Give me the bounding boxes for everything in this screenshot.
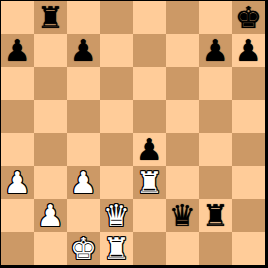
square-f2[interactable]: ♛ — [166, 199, 199, 232]
square-h2[interactable] — [232, 199, 265, 232]
square-h7[interactable]: ♟ — [232, 34, 265, 67]
white-pawn-b2[interactable]: ♟ — [37, 199, 64, 232]
square-g6[interactable] — [199, 67, 232, 100]
black-queen-f2[interactable]: ♛ — [169, 199, 196, 232]
square-c1[interactable]: ♚ — [67, 232, 100, 265]
square-h8[interactable]: ♚ — [232, 1, 265, 34]
square-c4[interactable] — [67, 133, 100, 166]
square-h5[interactable] — [232, 100, 265, 133]
square-f6[interactable] — [166, 67, 199, 100]
white-pawn-a3[interactable]: ♟ — [4, 166, 31, 199]
square-a4[interactable] — [1, 133, 34, 166]
square-f3[interactable] — [166, 166, 199, 199]
square-d8[interactable] — [100, 1, 133, 34]
square-h6[interactable] — [232, 67, 265, 100]
black-pawn-a7[interactable]: ♟ — [4, 34, 31, 67]
black-pawn-g7[interactable]: ♟ — [202, 34, 229, 67]
square-b5[interactable] — [34, 100, 67, 133]
square-e5[interactable] — [133, 100, 166, 133]
square-a1[interactable] — [1, 232, 34, 265]
square-c5[interactable] — [67, 100, 100, 133]
square-e2[interactable] — [133, 199, 166, 232]
square-f8[interactable] — [166, 1, 199, 34]
white-queen-d2[interactable]: ♛ — [103, 199, 130, 232]
square-b2[interactable]: ♟ — [34, 199, 67, 232]
square-g7[interactable]: ♟ — [199, 34, 232, 67]
chess-board: ♜♚♟♟♟♟♟♟♟♜♟♛♛♜♚♜ — [1, 1, 265, 265]
square-h1[interactable] — [232, 232, 265, 265]
square-e4[interactable]: ♟ — [133, 133, 166, 166]
square-b4[interactable] — [34, 133, 67, 166]
square-d4[interactable] — [100, 133, 133, 166]
square-c8[interactable] — [67, 1, 100, 34]
square-e7[interactable] — [133, 34, 166, 67]
square-g5[interactable] — [199, 100, 232, 133]
square-c7[interactable]: ♟ — [67, 34, 100, 67]
square-d7[interactable] — [100, 34, 133, 67]
square-e6[interactable] — [133, 67, 166, 100]
square-d2[interactable]: ♛ — [100, 199, 133, 232]
white-king-c1[interactable]: ♚ — [70, 232, 97, 265]
square-h4[interactable] — [232, 133, 265, 166]
square-d3[interactable] — [100, 166, 133, 199]
white-rook-e3[interactable]: ♜ — [136, 166, 163, 199]
square-g8[interactable] — [199, 1, 232, 34]
white-pawn-c3[interactable]: ♟ — [70, 166, 97, 199]
square-g2[interactable]: ♜ — [199, 199, 232, 232]
black-pawn-h7[interactable]: ♟ — [235, 34, 262, 67]
square-c6[interactable] — [67, 67, 100, 100]
square-e8[interactable] — [133, 1, 166, 34]
square-c3[interactable]: ♟ — [67, 166, 100, 199]
square-a7[interactable]: ♟ — [1, 34, 34, 67]
black-rook-g2[interactable]: ♜ — [202, 199, 229, 232]
white-rook-d1[interactable]: ♜ — [103, 232, 130, 265]
square-f5[interactable] — [166, 100, 199, 133]
square-a6[interactable] — [1, 67, 34, 100]
black-king-h8[interactable]: ♚ — [235, 1, 262, 34]
square-a3[interactable]: ♟ — [1, 166, 34, 199]
square-a5[interactable] — [1, 100, 34, 133]
square-f7[interactable] — [166, 34, 199, 67]
square-c2[interactable] — [67, 199, 100, 232]
chess-board-frame: ♜♚♟♟♟♟♟♟♟♜♟♛♛♜♚♜ — [0, 0, 268, 268]
square-h3[interactable] — [232, 166, 265, 199]
square-g3[interactable] — [199, 166, 232, 199]
square-f1[interactable] — [166, 232, 199, 265]
square-a2[interactable] — [1, 199, 34, 232]
square-b7[interactable] — [34, 34, 67, 67]
square-d1[interactable]: ♜ — [100, 232, 133, 265]
square-g1[interactable] — [199, 232, 232, 265]
square-f4[interactable] — [166, 133, 199, 166]
square-b6[interactable] — [34, 67, 67, 100]
square-e3[interactable]: ♜ — [133, 166, 166, 199]
black-pawn-e4[interactable]: ♟ — [136, 133, 163, 166]
black-rook-b8[interactable]: ♜ — [37, 1, 64, 34]
square-d5[interactable] — [100, 100, 133, 133]
square-a8[interactable] — [1, 1, 34, 34]
black-pawn-c7[interactable]: ♟ — [70, 34, 97, 67]
square-d6[interactable] — [100, 67, 133, 100]
square-e1[interactable] — [133, 232, 166, 265]
square-g4[interactable] — [199, 133, 232, 166]
square-b3[interactable] — [34, 166, 67, 199]
square-b1[interactable] — [34, 232, 67, 265]
square-b8[interactable]: ♜ — [34, 1, 67, 34]
